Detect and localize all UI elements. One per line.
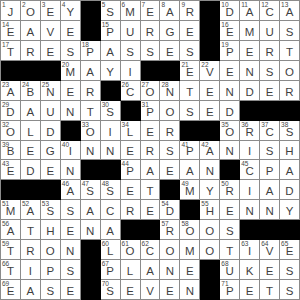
cell-r6c11[interactable]: E xyxy=(200,101,220,121)
cell-r2c10[interactable]: E xyxy=(180,21,200,41)
cell-r1c1[interactable]: 1J xyxy=(1,1,21,21)
cell-r8c14[interactable]: S xyxy=(260,141,280,161)
letter: U xyxy=(46,106,54,120)
cell-r3c10[interactable]: S xyxy=(180,41,200,61)
cell-r6c10[interactable]: S xyxy=(180,101,200,121)
cell-r13c2[interactable]: R xyxy=(21,240,41,260)
cell-r15c10[interactable]: N xyxy=(180,280,200,300)
cell-r2c14[interactable]: U xyxy=(260,21,280,41)
cell-r7c6[interactable]: I xyxy=(101,121,121,141)
letter: S xyxy=(286,26,294,40)
cell-r14c14[interactable]: E xyxy=(260,260,280,280)
cell-r14c15[interactable]: S xyxy=(280,260,300,280)
letter: E xyxy=(46,6,54,20)
cell-r6c2[interactable]: A xyxy=(21,101,41,121)
cell-r14c1[interactable]: 66T xyxy=(1,260,21,280)
letter: R xyxy=(146,145,154,159)
letter: E xyxy=(246,285,254,299)
clue-number: 46 xyxy=(62,180,69,188)
cell-r8c10[interactable]: 41P xyxy=(180,141,200,161)
cell-r13c9[interactable]: O xyxy=(160,240,180,260)
cell-r3c15[interactable]: T xyxy=(280,41,300,61)
cell-r15c8[interactable]: V xyxy=(141,280,161,300)
clue-number: 37 xyxy=(261,121,268,129)
letter: T xyxy=(87,106,94,120)
cell-r8c6[interactable]: N xyxy=(101,141,121,161)
cell-r8c15[interactable]: H xyxy=(280,141,300,161)
clue-number: 11 xyxy=(241,1,248,9)
cell-r1c15[interactable]: 13A xyxy=(280,1,300,21)
cell-r15c2[interactable]: A xyxy=(21,280,41,300)
letter: T xyxy=(146,185,153,199)
cell-r5c4[interactable]: E xyxy=(61,81,81,101)
clue-number: 51 xyxy=(2,200,9,208)
letter: E xyxy=(206,106,214,120)
cell-r12c2[interactable]: T xyxy=(21,220,41,240)
clue-number: 41 xyxy=(181,141,188,149)
clue-number: 59 xyxy=(2,240,9,248)
cell-r10c4[interactable]: 46A xyxy=(61,180,81,200)
cell-r14c10[interactable]: E xyxy=(180,260,200,280)
cell-r15c9[interactable]: E xyxy=(160,280,180,300)
letter: I xyxy=(109,126,112,140)
cell-r8c9[interactable]: S xyxy=(160,141,180,161)
cell-r5c15[interactable]: R xyxy=(280,81,300,101)
cell-r9c8[interactable]: A xyxy=(141,160,161,180)
clue-number: 50 xyxy=(221,180,228,188)
clue-number: 19 xyxy=(221,41,228,49)
letter: R xyxy=(86,86,94,100)
cell-r14c13[interactable]: K xyxy=(240,260,260,280)
letter: R xyxy=(285,86,293,100)
cell-r4c15[interactable]: O xyxy=(280,61,300,81)
cell-r14c6[interactable]: 67P xyxy=(101,260,121,280)
cell-r11c11[interactable]: 55H xyxy=(200,200,220,220)
cell-r1c4[interactable]: 4Y xyxy=(61,1,81,21)
cell-r1c9[interactable]: 8A xyxy=(160,1,180,21)
cell-r10c13[interactable]: I xyxy=(240,180,260,200)
letter: S xyxy=(126,46,134,60)
clue-number: 21 xyxy=(181,61,188,69)
cell-r14c9[interactable]: N xyxy=(160,260,180,280)
letter: T xyxy=(186,86,193,100)
letter: S xyxy=(186,46,194,60)
cell-r3c5[interactable]: 18P xyxy=(81,41,101,61)
cell-r13c11[interactable]: O xyxy=(200,240,220,260)
cell-r8c8[interactable]: R xyxy=(141,141,161,161)
cell-r13c10[interactable]: M xyxy=(180,240,200,260)
cell-r14c7[interactable]: L xyxy=(121,260,141,280)
letter: T xyxy=(266,285,273,299)
cell-r15c13[interactable]: E xyxy=(240,280,260,300)
letter: S xyxy=(226,225,234,239)
cell-r13c13[interactable]: 63I xyxy=(240,240,260,260)
cell-r15c4[interactable]: E xyxy=(61,280,81,300)
black-cell xyxy=(200,21,220,41)
letter: E xyxy=(266,86,274,100)
cell-r8c13[interactable]: I xyxy=(240,141,260,161)
letter: V xyxy=(146,285,154,299)
cell-r3c8[interactable]: S xyxy=(141,41,161,61)
cell-r11c9[interactable]: 54D xyxy=(160,200,180,220)
clue-number: 27 xyxy=(142,81,149,89)
clue-number: 47 xyxy=(82,180,89,188)
cell-r4c5[interactable]: A xyxy=(81,61,101,81)
letter: G xyxy=(46,145,55,159)
black-cell xyxy=(41,61,61,81)
cell-r10c12[interactable]: 50R xyxy=(220,180,240,200)
cell-r7c15[interactable]: 38S xyxy=(280,121,300,141)
cell-r2c8[interactable]: R xyxy=(141,21,161,41)
black-cell xyxy=(121,101,141,121)
cell-r1c8[interactable]: 7E xyxy=(141,1,161,21)
letter: E xyxy=(206,86,214,100)
cell-r7c9[interactable]: R xyxy=(160,121,180,141)
cell-r10c10[interactable]: 49M xyxy=(180,180,200,200)
cell-r2c3[interactable]: V xyxy=(41,21,61,41)
clue-number: 66 xyxy=(2,260,9,268)
cell-r2c1[interactable]: 14E xyxy=(1,21,21,41)
crossword-grid: 1J2O3E4Y5S6M7E8A9R10D11A12C13A14EAVE15PU… xyxy=(0,0,300,300)
black-cell xyxy=(200,280,220,300)
clue-number: 30 xyxy=(102,101,109,109)
cell-r13c15[interactable]: 65E xyxy=(280,240,300,260)
cell-r12c4[interactable]: E xyxy=(61,220,81,240)
cell-r4c7[interactable]: I xyxy=(121,61,141,81)
cell-r9c9[interactable]: E xyxy=(160,160,180,180)
cell-r12c10[interactable]: 58O xyxy=(180,220,200,240)
cell-r5c2[interactable]: 24B xyxy=(21,81,41,101)
cell-r9c14[interactable]: P xyxy=(260,160,280,180)
letter: O xyxy=(165,245,174,259)
cell-r4c12[interactable]: E xyxy=(220,61,240,81)
cell-r12c5[interactable]: N xyxy=(81,220,101,240)
cell-r4c10[interactable]: 21E xyxy=(180,61,200,81)
cell-r5c14[interactable]: E xyxy=(260,81,280,101)
clue-number: 14 xyxy=(2,21,9,29)
cell-r11c5[interactable]: A xyxy=(81,200,101,220)
cell-r8c1[interactable]: 39B xyxy=(1,141,21,161)
cell-r8c7[interactable]: E xyxy=(121,141,141,161)
cell-r4c6[interactable]: Y xyxy=(101,61,121,81)
letter: S xyxy=(186,106,194,120)
cell-r9c4[interactable]: N xyxy=(61,160,81,180)
cell-r7c7[interactable]: 34L xyxy=(121,121,141,141)
letter: A xyxy=(186,165,194,179)
cell-r5c11[interactable]: E xyxy=(200,81,220,101)
letter: D xyxy=(46,126,54,140)
cell-r10c5[interactable]: 47S xyxy=(81,180,101,200)
cell-r13c12[interactable]: T xyxy=(220,240,240,260)
letter: E xyxy=(146,6,154,20)
letter: E xyxy=(66,225,74,239)
cell-r5c9[interactable]: 28N xyxy=(160,81,180,101)
letter: S xyxy=(266,66,274,80)
cell-r1c7[interactable]: 6M xyxy=(121,1,141,21)
cell-r2c7[interactable]: U xyxy=(121,21,141,41)
cell-r12c11[interactable]: O xyxy=(200,220,220,240)
letter: A xyxy=(266,185,274,199)
cell-r11c7[interactable]: R xyxy=(121,200,141,220)
cell-r8c11[interactable]: 42A xyxy=(200,141,220,161)
cell-r15c1[interactable]: 69E xyxy=(1,280,21,300)
letter: A xyxy=(166,6,174,20)
cell-r5c3[interactable]: 25N xyxy=(41,81,61,101)
cell-r10c14[interactable]: A xyxy=(260,180,280,200)
letter: N xyxy=(86,225,94,239)
cell-r5c5[interactable]: R xyxy=(81,81,101,101)
cell-r11c8[interactable]: E xyxy=(141,200,161,220)
letter: E xyxy=(186,26,194,40)
cell-r11c12[interactable]: E xyxy=(220,200,240,220)
letter: N xyxy=(265,205,273,219)
cell-r11c4[interactable]: S xyxy=(61,200,81,220)
cell-r11c15[interactable]: Y xyxy=(280,200,300,220)
cell-r10c15[interactable]: D xyxy=(280,180,300,200)
cell-r1c10[interactable]: 9R xyxy=(180,1,200,21)
cell-r11c6[interactable]: C xyxy=(101,200,121,220)
cell-r7c1[interactable]: 32O xyxy=(1,121,21,141)
cell-r9c3[interactable]: E xyxy=(41,160,61,180)
cell-r5c12[interactable]: N xyxy=(220,81,240,101)
cell-r4c13[interactable]: N xyxy=(240,61,260,81)
cell-r4c11[interactable]: 22V xyxy=(200,61,220,81)
letter: H xyxy=(285,145,293,159)
cell-r3c13[interactable]: E xyxy=(240,41,260,61)
clue-number: 13 xyxy=(281,1,288,9)
letter: O xyxy=(205,245,214,259)
cell-r8c12[interactable]: N xyxy=(220,141,240,161)
clue-number: 32 xyxy=(2,121,9,129)
cell-r3c3[interactable]: E xyxy=(41,41,61,61)
letter: A xyxy=(27,106,35,120)
black-cell xyxy=(220,160,240,180)
clue-number: 44 xyxy=(122,160,129,168)
cell-r6c12[interactable]: D xyxy=(220,101,240,121)
cell-r1c12[interactable]: 10D xyxy=(220,1,240,21)
letter: D xyxy=(246,86,254,100)
cell-r14c3[interactable]: P xyxy=(41,260,61,280)
black-cell xyxy=(141,61,161,81)
cell-r13c8[interactable]: 62C xyxy=(141,240,161,260)
cell-r6c3[interactable]: U xyxy=(41,101,61,121)
cell-r1c6[interactable]: 5S xyxy=(101,1,121,21)
cell-r7c14[interactable]: 37C xyxy=(260,121,280,141)
letter: A xyxy=(106,46,114,60)
cell-r11c3[interactable]: 53S xyxy=(41,200,61,220)
cell-r1c2[interactable]: 2O xyxy=(21,1,41,21)
letter: M xyxy=(245,26,255,40)
cell-r9c1[interactable]: 43E xyxy=(1,160,21,180)
letter: L xyxy=(27,126,33,140)
clue-number: 58 xyxy=(181,220,188,228)
cell-r2c9[interactable]: G xyxy=(160,21,180,41)
cell-r5c8[interactable]: 27O xyxy=(141,81,161,101)
cell-r7c3[interactable]: D xyxy=(41,121,61,141)
cell-r9c10[interactable]: A xyxy=(180,160,200,180)
letter: I xyxy=(248,245,251,259)
clue-number: 67 xyxy=(102,260,109,268)
cell-r14c4[interactable]: S xyxy=(61,260,81,280)
letter: R xyxy=(186,6,194,20)
cell-r6c1[interactable]: 29D xyxy=(1,101,21,121)
letter: R xyxy=(146,26,154,40)
black-cell xyxy=(101,160,121,180)
cell-r3c2[interactable]: R xyxy=(21,41,41,61)
letter: N xyxy=(226,86,234,100)
letter: N xyxy=(226,145,234,159)
cell-r5c10[interactable]: T xyxy=(180,81,200,101)
cell-r12c6[interactable]: A xyxy=(101,220,121,240)
cell-r8c4[interactable]: 40I xyxy=(61,141,81,161)
cell-r13c3[interactable]: O xyxy=(41,240,61,260)
letter: S xyxy=(166,145,174,159)
clue-number: 12 xyxy=(261,1,268,9)
cell-r14c2[interactable]: I xyxy=(21,260,41,280)
letter: E xyxy=(126,285,134,299)
cell-r4c4[interactable]: 20M xyxy=(61,61,81,81)
cell-r8c2[interactable]: E xyxy=(21,141,41,161)
clue-number: 43 xyxy=(2,160,9,168)
cell-r1c3[interactable]: 3E xyxy=(41,1,61,21)
cell-r1c14[interactable]: 12C xyxy=(260,1,280,21)
letter: U xyxy=(265,26,273,40)
letter: E xyxy=(166,46,174,60)
cell-r9c7[interactable]: 44P xyxy=(121,160,141,180)
clue-number: 31 xyxy=(142,101,149,109)
cell-r10c7[interactable]: E xyxy=(121,180,141,200)
cell-r15c6[interactable]: 70S xyxy=(101,280,121,300)
letter: R xyxy=(126,205,134,219)
cell-r11c2[interactable]: 52A xyxy=(21,200,41,220)
cell-r11c13[interactable]: N xyxy=(240,200,260,220)
letter: O xyxy=(46,245,55,259)
cell-r3c9[interactable]: E xyxy=(160,41,180,61)
cell-r12c1[interactable]: 56A xyxy=(1,220,21,240)
letter: T xyxy=(286,46,293,60)
cell-r7c2[interactable]: L xyxy=(21,121,41,141)
black-cell xyxy=(260,101,280,121)
cell-r9c15[interactable]: A xyxy=(280,160,300,180)
cell-r7c8[interactable]: E xyxy=(141,121,161,141)
clue-number: 60 xyxy=(102,240,109,248)
cell-r13c6[interactable]: 60L xyxy=(101,240,121,260)
cell-r3c6[interactable]: A xyxy=(101,41,121,61)
black-cell xyxy=(81,240,101,260)
letter: E xyxy=(126,145,134,159)
cell-r4c14[interactable]: S xyxy=(260,61,280,81)
cell-r5c13[interactable]: D xyxy=(240,81,260,101)
cell-r9c13[interactable]: 45C xyxy=(240,160,260,180)
black-cell xyxy=(81,260,101,280)
cell-r2c4[interactable]: E xyxy=(61,21,81,41)
cell-r6c5[interactable]: T xyxy=(81,101,101,121)
letter: O xyxy=(205,225,214,239)
clue-number: 23 xyxy=(2,81,9,89)
cell-r1c13[interactable]: 11A xyxy=(240,1,260,21)
cell-r6c9[interactable]: O xyxy=(160,101,180,121)
black-cell xyxy=(81,21,101,41)
cell-r12c9[interactable]: 57R xyxy=(160,220,180,240)
cell-r13c14[interactable]: 64V xyxy=(260,240,280,260)
letter: O xyxy=(285,66,294,80)
black-cell xyxy=(141,220,161,240)
cell-r3c1[interactable]: 17T xyxy=(1,41,21,61)
cell-r10c8[interactable]: T xyxy=(141,180,161,200)
cell-r13c4[interactable]: N xyxy=(61,240,81,260)
cell-r9c11[interactable]: N xyxy=(200,160,220,180)
cell-r14c8[interactable]: A xyxy=(141,260,161,280)
cell-r15c3[interactable]: S xyxy=(41,280,61,300)
cell-r8c3[interactable]: G xyxy=(41,141,61,161)
cell-r10c11[interactable]: Y xyxy=(200,180,220,200)
cell-r6c8[interactable]: 31P xyxy=(141,101,161,121)
cell-r11c1[interactable]: 51M xyxy=(1,200,21,220)
clue-number: 61 xyxy=(122,240,129,248)
cell-r2c6[interactable]: 15P xyxy=(101,21,121,41)
cell-r3c14[interactable]: R xyxy=(260,41,280,61)
cell-r15c12[interactable]: 71P xyxy=(220,280,240,300)
cell-r13c7[interactable]: 61O xyxy=(121,240,141,260)
clue-number: 7 xyxy=(142,1,146,9)
cell-r12c3[interactable]: H xyxy=(41,220,61,240)
cell-r8c5[interactable]: N xyxy=(81,141,101,161)
cell-r11c14[interactable]: N xyxy=(260,200,280,220)
cell-r15c7[interactable]: E xyxy=(121,280,141,300)
clue-number: 33 xyxy=(82,121,89,129)
cell-r12c12[interactable]: S xyxy=(220,220,240,240)
letter: E xyxy=(66,86,74,100)
cell-r5c7[interactable]: 26C xyxy=(121,81,141,101)
cell-r13c1[interactable]: 59T xyxy=(1,240,21,260)
letter: S xyxy=(146,46,154,60)
letter: Y xyxy=(286,205,294,219)
cell-r2c12[interactable]: 16E xyxy=(220,21,240,41)
cell-r7c12[interactable]: 35O xyxy=(220,121,240,141)
cell-r14c12[interactable]: 68U xyxy=(220,260,240,280)
cell-r10c6[interactable]: 48S xyxy=(101,180,121,200)
black-cell xyxy=(280,101,300,121)
cell-r2c2[interactable]: A xyxy=(21,21,41,41)
cell-r7c13[interactable]: 36R xyxy=(240,121,260,141)
clue-number: 10 xyxy=(221,1,228,9)
letter: A xyxy=(86,66,94,80)
cell-r3c12[interactable]: 19P xyxy=(220,41,240,61)
cell-r3c4[interactable]: S xyxy=(61,41,81,61)
letter: M xyxy=(125,6,135,20)
cell-r5c1[interactable]: 23A xyxy=(1,81,21,101)
letter: E xyxy=(46,165,54,179)
letter: R xyxy=(26,46,34,60)
cell-r6c6[interactable]: 30S xyxy=(101,101,121,121)
clue-number: 15 xyxy=(102,21,109,29)
clue-number: 34 xyxy=(122,121,129,129)
letter: O xyxy=(26,6,35,20)
cell-r15c14[interactable]: T xyxy=(260,280,280,300)
clue-number: 24 xyxy=(22,81,29,89)
cell-r2c13[interactable]: M xyxy=(240,21,260,41)
cell-r3c7[interactable]: S xyxy=(121,41,141,61)
clue-number: 65 xyxy=(281,240,288,248)
letter: Y xyxy=(206,185,214,199)
letter: S xyxy=(266,145,274,159)
cell-r15c15[interactable]: S xyxy=(280,280,300,300)
cell-r9c2[interactable]: D xyxy=(21,160,41,180)
cell-r2c15[interactable]: S xyxy=(280,21,300,41)
black-cell xyxy=(200,260,220,280)
cell-r7c5[interactable]: 33O xyxy=(81,121,101,141)
cell-r6c4[interactable]: N xyxy=(61,101,81,121)
